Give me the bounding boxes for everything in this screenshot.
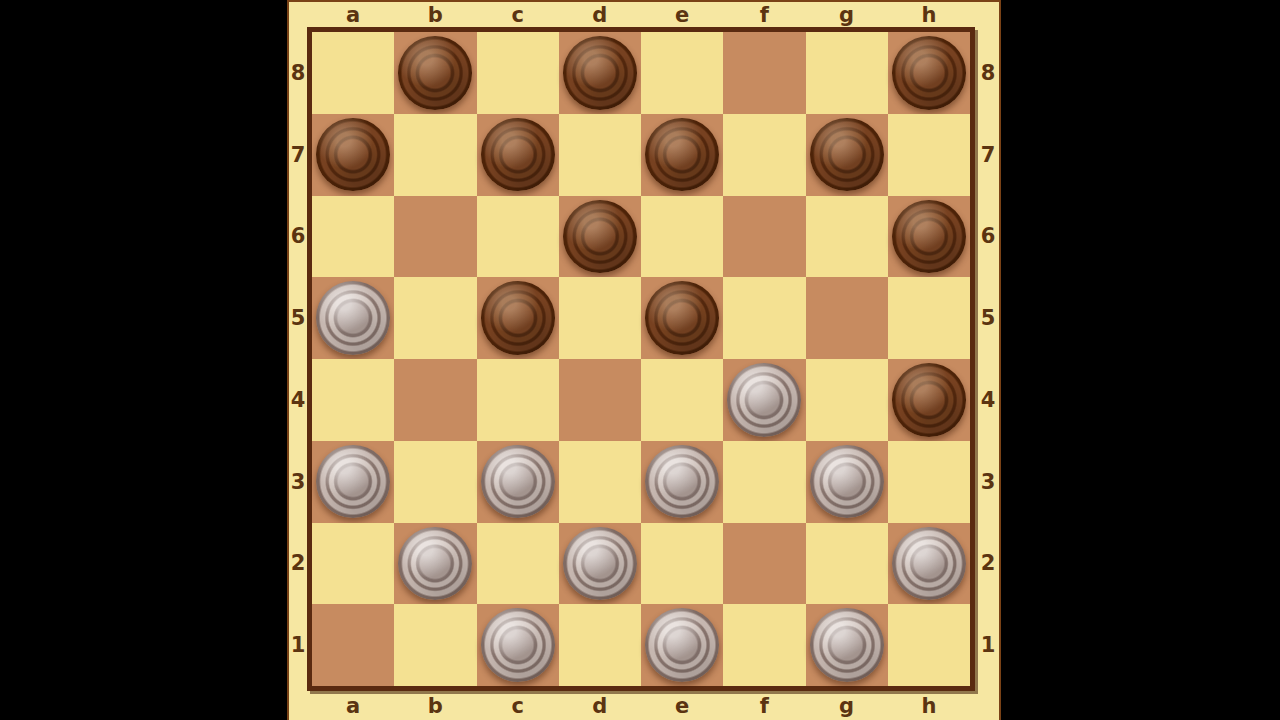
square-b4[interactable] — [394, 359, 476, 441]
square-c4[interactable] — [477, 359, 559, 441]
file-label-e: e — [641, 691, 723, 720]
dark-man-b8[interactable] — [398, 36, 472, 110]
square-b2[interactable] — [394, 523, 476, 605]
rank-labels-left: 87654321 — [289, 32, 307, 686]
file-label-g: g — [806, 2, 888, 27]
square-g8[interactable] — [806, 32, 888, 114]
checkers-board — [307, 27, 975, 691]
rank-label-3: 3 — [289, 441, 307, 523]
rank-label-7: 7 — [975, 114, 1001, 196]
square-b1[interactable] — [394, 604, 476, 686]
square-d1[interactable] — [559, 604, 641, 686]
square-c6[interactable] — [477, 196, 559, 278]
square-e7[interactable] — [641, 114, 723, 196]
dark-man-c5[interactable] — [481, 281, 555, 355]
square-g7[interactable] — [806, 114, 888, 196]
square-g1[interactable] — [806, 604, 888, 686]
square-d7[interactable] — [559, 114, 641, 196]
board-frame: abcdefgh abcdefgh 87654321 87654321 — [287, 0, 1001, 720]
square-g4[interactable] — [806, 359, 888, 441]
square-a1[interactable] — [312, 604, 394, 686]
square-e3[interactable] — [641, 441, 723, 523]
rank-label-6: 6 — [975, 196, 1001, 278]
square-b3[interactable] — [394, 441, 476, 523]
dark-man-c7[interactable] — [481, 118, 555, 192]
rank-label-2: 2 — [289, 523, 307, 605]
rank-label-7: 7 — [289, 114, 307, 196]
white-man-a3[interactable] — [316, 445, 390, 519]
square-b8[interactable] — [394, 32, 476, 114]
square-d8[interactable] — [559, 32, 641, 114]
square-d4[interactable] — [559, 359, 641, 441]
dark-man-h8[interactable] — [892, 36, 966, 110]
white-man-e1[interactable] — [645, 608, 719, 682]
file-label-a: a — [312, 2, 394, 27]
square-e1[interactable] — [641, 604, 723, 686]
rank-label-1: 1 — [975, 604, 1001, 686]
square-a8[interactable] — [312, 32, 394, 114]
letterbox-stage: abcdefgh abcdefgh 87654321 87654321 — [0, 0, 1280, 720]
file-label-h: h — [888, 2, 970, 27]
rank-label-8: 8 — [975, 32, 1001, 114]
white-man-b2[interactable] — [398, 527, 472, 601]
square-f6[interactable] — [723, 196, 805, 278]
square-g5[interactable] — [806, 277, 888, 359]
square-e2[interactable] — [641, 523, 723, 605]
white-man-h2[interactable] — [892, 527, 966, 601]
rank-label-2: 2 — [975, 523, 1001, 605]
rank-label-5: 5 — [975, 277, 1001, 359]
file-label-c: c — [477, 2, 559, 27]
square-d3[interactable] — [559, 441, 641, 523]
dark-man-g7[interactable] — [810, 118, 884, 192]
square-g3[interactable] — [806, 441, 888, 523]
square-h5[interactable] — [888, 277, 970, 359]
file-labels-top: abcdefgh — [312, 2, 970, 27]
file-label-c: c — [477, 691, 559, 720]
file-label-h: h — [888, 691, 970, 720]
dark-man-d6[interactable] — [563, 200, 637, 274]
file-labels-bottom: abcdefgh — [312, 691, 970, 720]
square-a4[interactable] — [312, 359, 394, 441]
square-c1[interactable] — [477, 604, 559, 686]
rank-label-1: 1 — [289, 604, 307, 686]
square-d6[interactable] — [559, 196, 641, 278]
white-man-g3[interactable] — [810, 445, 884, 519]
square-d2[interactable] — [559, 523, 641, 605]
square-f3[interactable] — [723, 441, 805, 523]
square-h7[interactable] — [888, 114, 970, 196]
square-c3[interactable] — [477, 441, 559, 523]
square-c5[interactable] — [477, 277, 559, 359]
square-c7[interactable] — [477, 114, 559, 196]
dark-man-h6[interactable] — [892, 200, 966, 274]
dark-man-e7[interactable] — [645, 118, 719, 192]
white-man-g1[interactable] — [810, 608, 884, 682]
rank-label-6: 6 — [289, 196, 307, 278]
square-c2[interactable] — [477, 523, 559, 605]
square-g2[interactable] — [806, 523, 888, 605]
dark-man-d8[interactable] — [563, 36, 637, 110]
square-d5[interactable] — [559, 277, 641, 359]
file-label-e: e — [641, 2, 723, 27]
square-f7[interactable] — [723, 114, 805, 196]
rank-labels-right: 87654321 — [975, 32, 1001, 686]
square-h1[interactable] — [888, 604, 970, 686]
square-f1[interactable] — [723, 604, 805, 686]
square-g6[interactable] — [806, 196, 888, 278]
square-a7[interactable] — [312, 114, 394, 196]
square-c8[interactable] — [477, 32, 559, 114]
rank-label-8: 8 — [289, 32, 307, 114]
white-man-f4[interactable] — [727, 363, 801, 437]
rank-label-4: 4 — [289, 359, 307, 441]
dark-man-h4[interactable] — [892, 363, 966, 437]
square-b5[interactable] — [394, 277, 476, 359]
dark-man-e5[interactable] — [645, 281, 719, 355]
file-label-d: d — [559, 2, 641, 27]
square-f8[interactable] — [723, 32, 805, 114]
square-f4[interactable] — [723, 359, 805, 441]
file-label-f: f — [723, 2, 805, 27]
square-h8[interactable] — [888, 32, 970, 114]
square-f2[interactable] — [723, 523, 805, 605]
file-label-b: b — [394, 2, 476, 27]
square-f5[interactable] — [723, 277, 805, 359]
file-label-d: d — [559, 691, 641, 720]
square-a2[interactable] — [312, 523, 394, 605]
square-h4[interactable] — [888, 359, 970, 441]
white-man-a5[interactable] — [316, 281, 390, 355]
file-label-f: f — [723, 691, 805, 720]
white-man-c1[interactable] — [481, 608, 555, 682]
rank-label-5: 5 — [289, 277, 307, 359]
square-b7[interactable] — [394, 114, 476, 196]
white-man-c3[interactable] — [481, 445, 555, 519]
rank-label-4: 4 — [975, 359, 1001, 441]
square-h6[interactable] — [888, 196, 970, 278]
square-a3[interactable] — [312, 441, 394, 523]
square-e4[interactable] — [641, 359, 723, 441]
square-h3[interactable] — [888, 441, 970, 523]
square-b6[interactable] — [394, 196, 476, 278]
square-a5[interactable] — [312, 277, 394, 359]
square-h2[interactable] — [888, 523, 970, 605]
dark-man-a7[interactable] — [316, 118, 390, 192]
rank-label-3: 3 — [975, 441, 1001, 523]
square-a6[interactable] — [312, 196, 394, 278]
white-man-d2[interactable] — [563, 527, 637, 601]
square-e8[interactable] — [641, 32, 723, 114]
square-e6[interactable] — [641, 196, 723, 278]
file-label-b: b — [394, 691, 476, 720]
file-label-g: g — [806, 691, 888, 720]
square-e5[interactable] — [641, 277, 723, 359]
white-man-e3[interactable] — [645, 445, 719, 519]
file-label-a: a — [312, 691, 394, 720]
